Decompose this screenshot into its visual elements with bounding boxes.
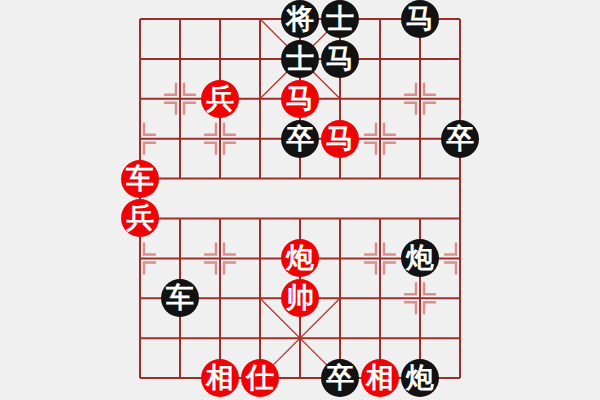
piece-black-soldier[interactable]: 卒 bbox=[321, 359, 359, 397]
piece-black-horse[interactable]: 马 bbox=[321, 40, 359, 78]
piece-red-king[interactable]: 帅 bbox=[281, 279, 319, 317]
piece-black-advisor[interactable]: 士 bbox=[321, 0, 359, 38]
piece-red-cannon[interactable]: 炮 bbox=[281, 239, 319, 277]
piece-black-soldier[interactable]: 卒 bbox=[441, 120, 479, 158]
piece-red-elephant[interactable]: 相 bbox=[201, 359, 239, 397]
piece-black-horse[interactable]: 马 bbox=[401, 0, 439, 38]
xiangqi-board: 将士马士马兵马卒马卒车兵炮炮车帅相仕卒相炮 bbox=[0, 0, 600, 400]
piece-black-soldier[interactable]: 卒 bbox=[281, 120, 319, 158]
piece-red-horse[interactable]: 马 bbox=[281, 80, 319, 118]
piece-red-soldier[interactable]: 兵 bbox=[201, 80, 239, 118]
piece-red-elephant[interactable]: 相 bbox=[361, 359, 399, 397]
piece-red-horse[interactable]: 马 bbox=[321, 120, 359, 158]
piece-black-chariot[interactable]: 车 bbox=[161, 279, 199, 317]
piece-black-cannon[interactable]: 炮 bbox=[401, 359, 439, 397]
piece-layer: 将士马士马兵马卒马卒车兵炮炮车帅相仕卒相炮 bbox=[120, 0, 480, 398]
piece-red-chariot[interactable]: 车 bbox=[121, 160, 159, 198]
piece-black-cannon[interactable]: 炮 bbox=[401, 239, 439, 277]
piece-red-advisor[interactable]: 仕 bbox=[241, 359, 279, 397]
piece-black-advisor[interactable]: 士 bbox=[281, 40, 319, 78]
piece-black-king[interactable]: 将 bbox=[281, 0, 319, 38]
piece-red-soldier[interactable]: 兵 bbox=[121, 199, 159, 237]
